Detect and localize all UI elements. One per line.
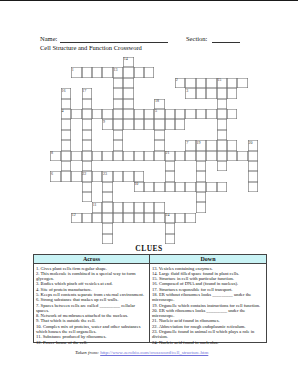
- grid-cell[interactable]: [175, 213, 185, 223]
- grid-cell[interactable]: [61, 140, 71, 150]
- clue-number: 13: [113, 68, 117, 72]
- grid-cell[interactable]: [185, 213, 195, 223]
- grid-cell[interactable]: [82, 119, 92, 129]
- grid-cell[interactable]: [82, 151, 92, 161]
- grid-cell[interactable]: [134, 202, 144, 212]
- clue-number: 20: [249, 141, 253, 145]
- grid-cell[interactable]: [82, 99, 92, 109]
- grid-cell[interactable]: [82, 67, 92, 77]
- grid-cell[interactable]: [113, 109, 123, 119]
- grid-cell[interactable]: 4: [61, 109, 71, 119]
- page-title: Cell Structure and Function Crossword: [40, 44, 142, 51]
- grid-cell[interactable]: [123, 171, 133, 181]
- grid-cell[interactable]: [134, 213, 144, 223]
- across-clues-column: Across 1. Gives plant cells firm regular…: [34, 255, 150, 342]
- clue-number: 11: [93, 203, 97, 207]
- clue-number: 21: [165, 151, 169, 155]
- grid-cell[interactable]: [154, 151, 164, 161]
- grid-cell[interactable]: [102, 223, 112, 233]
- grid-cell[interactable]: 14: [123, 57, 133, 67]
- grid-cell[interactable]: [248, 161, 258, 171]
- clue-number: 19: [197, 141, 201, 145]
- grid-cell[interactable]: [217, 140, 227, 150]
- grid-cell[interactable]: [217, 99, 227, 109]
- taken-from-label: Taken from:: [75, 350, 99, 355]
- grid-cell[interactable]: [196, 151, 206, 161]
- grid-cell[interactable]: [102, 67, 112, 77]
- grid-cell[interactable]: [217, 109, 227, 119]
- grid-cell[interactable]: [165, 234, 175, 244]
- name-blank-line[interactable]: [60, 41, 168, 43]
- grid-cell[interactable]: [227, 109, 237, 119]
- grid-cell[interactable]: [134, 151, 144, 161]
- grid-cell[interactable]: [217, 88, 227, 98]
- grid-cell[interactable]: [217, 161, 227, 171]
- grid-cell[interactable]: 5: [154, 109, 164, 119]
- clue-number: 18: [155, 99, 159, 103]
- grid-cell[interactable]: [134, 109, 144, 119]
- clue-number: 23: [103, 172, 107, 176]
- grid-cell[interactable]: [123, 119, 133, 129]
- grid-cell[interactable]: 9: [102, 119, 112, 129]
- grid-cell[interactable]: [154, 119, 164, 129]
- grid-cell[interactable]: [206, 140, 216, 150]
- clue-item: 20. ER with ribosomes looks _________ un…: [152, 308, 264, 319]
- grid-cell[interactable]: [123, 151, 133, 161]
- grid-cell[interactable]: [123, 109, 133, 119]
- grid-cell[interactable]: [82, 130, 92, 140]
- clue-number: 2: [176, 78, 178, 82]
- grid-cell[interactable]: [92, 151, 102, 161]
- grid-cell[interactable]: [61, 151, 71, 161]
- clue-item: 7. Spaces between cells are called _____…: [36, 303, 147, 314]
- grid-cell[interactable]: [206, 151, 216, 161]
- clue-number: 17: [82, 89, 86, 93]
- grid-cell[interactable]: [227, 140, 237, 150]
- grid-cell[interactable]: [102, 192, 112, 202]
- grid-cell[interactable]: [196, 109, 206, 119]
- grid-cell[interactable]: 16: [61, 88, 71, 98]
- grid-cell[interactable]: [102, 202, 112, 212]
- grid-cell[interactable]: [144, 182, 154, 192]
- grid-cell[interactable]: 6: [50, 171, 60, 181]
- grid-cell[interactable]: [185, 78, 195, 88]
- grid-cell[interactable]: [154, 213, 164, 223]
- down-clues-column: Down 13. Vesicles containing enzymes.14.…: [150, 255, 266, 342]
- grid-cell[interactable]: 21: [165, 151, 175, 161]
- grid-cell[interactable]: [92, 67, 102, 77]
- grid-cell[interactable]: [248, 182, 258, 192]
- grid-cell[interactable]: [165, 171, 175, 181]
- grid-cell[interactable]: [144, 67, 154, 77]
- footer: Taken from: http://www.zerobio.com/cross…: [75, 350, 208, 355]
- grid-cell[interactable]: [102, 182, 112, 192]
- grid-cell[interactable]: [185, 151, 195, 161]
- grid-cell[interactable]: [134, 119, 144, 129]
- grid-cell[interactable]: [237, 78, 247, 88]
- grid-cell[interactable]: [123, 67, 133, 77]
- grid-cell[interactable]: [154, 130, 164, 140]
- grid-cell[interactable]: [82, 182, 92, 192]
- across-header: Across: [34, 255, 149, 264]
- grid-cell[interactable]: [113, 88, 123, 98]
- grid-cell[interactable]: [123, 213, 133, 223]
- grid-cell[interactable]: [113, 171, 123, 181]
- section-blank-line[interactable]: [212, 41, 240, 43]
- grid-cell[interactable]: [175, 109, 185, 119]
- clue-number: 4: [61, 109, 63, 113]
- grid-cell[interactable]: 20: [248, 140, 258, 150]
- grid-cell[interactable]: [154, 140, 164, 150]
- grid-cell[interactable]: [154, 182, 164, 192]
- grid-cell[interactable]: [196, 192, 206, 202]
- grid-cell[interactable]: [196, 182, 206, 192]
- clue-number: 6: [51, 172, 53, 176]
- grid-cell[interactable]: [154, 202, 164, 212]
- grid-cell[interactable]: [248, 171, 258, 181]
- grid-cell[interactable]: [165, 119, 175, 129]
- grid-cell[interactable]: 1: [71, 67, 81, 77]
- crossword-grid: 141132151617318459719208216222310111224: [40, 57, 269, 244]
- grid-cell[interactable]: [248, 151, 258, 161]
- grid-cell[interactable]: [196, 161, 206, 171]
- grid-cell[interactable]: [144, 109, 154, 119]
- grid-cell[interactable]: [206, 88, 216, 98]
- grid-cell[interactable]: 3: [185, 88, 195, 98]
- grid-cell[interactable]: [175, 182, 185, 192]
- grid-cell[interactable]: [123, 88, 133, 98]
- grid-cell[interactable]: 15: [217, 78, 227, 88]
- grid-cell[interactable]: [217, 151, 227, 161]
- grid-cell[interactable]: [144, 213, 154, 223]
- clue-number: 7: [186, 141, 188, 145]
- grid-cell[interactable]: 24: [165, 213, 175, 223]
- grid-cell[interactable]: [92, 171, 102, 181]
- grid-cell[interactable]: [123, 202, 133, 212]
- clue-number: 14: [124, 57, 128, 61]
- clue-number: 9: [103, 120, 105, 124]
- clue-number: 3: [186, 89, 188, 93]
- down-header: Down: [150, 255, 266, 264]
- grid-cell[interactable]: [92, 109, 102, 119]
- grid-cell[interactable]: [61, 130, 71, 140]
- grid-cell[interactable]: [206, 109, 216, 119]
- across-clue-list: 1. Gives plant cells firm regular shape.…: [34, 264, 149, 345]
- name-label: Name:: [40, 35, 57, 42]
- grid-cell[interactable]: [102, 213, 112, 223]
- grid-cell[interactable]: 7: [185, 140, 195, 150]
- clue-item: 2. This molecule is combined in a specia…: [36, 271, 147, 282]
- grid-cell[interactable]: [113, 99, 123, 109]
- grid-cell[interactable]: [71, 109, 81, 119]
- section-label: Section:: [186, 35, 207, 42]
- clue-number: 8: [51, 151, 53, 155]
- grid-cell[interactable]: [102, 109, 112, 119]
- grid-cell[interactable]: [185, 109, 195, 119]
- grid-cell[interactable]: 19: [196, 140, 206, 150]
- grid-cell[interactable]: [175, 151, 185, 161]
- grid-cell[interactable]: 23: [102, 171, 112, 181]
- grid-cell[interactable]: [185, 182, 195, 192]
- grid-cell[interactable]: [206, 182, 216, 192]
- clue-number: 5: [155, 109, 157, 113]
- grid-cell[interactable]: [61, 119, 71, 129]
- grid-cell[interactable]: [82, 161, 92, 171]
- clue-number: 10: [134, 182, 138, 186]
- grid-cell[interactable]: [165, 161, 175, 171]
- grid-cell[interactable]: 8: [50, 151, 60, 161]
- grid-cell[interactable]: [206, 78, 216, 88]
- grid-cell[interactable]: [113, 140, 123, 150]
- grid-cell[interactable]: [165, 223, 175, 233]
- grid-cell[interactable]: [113, 78, 123, 88]
- grid-cell[interactable]: [144, 119, 154, 129]
- clue-item: 12. Power-house of the cell.: [36, 340, 147, 345]
- clue-number: 15: [217, 78, 221, 82]
- down-clue-list: 13. Vesicles containing enzymes.14. Larg…: [150, 264, 266, 345]
- clue-number: 16: [61, 89, 65, 93]
- grid-cell[interactable]: [113, 213, 123, 223]
- grid-cell[interactable]: 22: [82, 171, 92, 181]
- grid-cell[interactable]: 17: [82, 88, 92, 98]
- grid-cell[interactable]: [102, 234, 112, 244]
- grid-cell[interactable]: 11: [92, 202, 102, 212]
- grid-cell[interactable]: [82, 192, 92, 202]
- grid-cell[interactable]: [113, 130, 123, 140]
- grid-cell[interactable]: [227, 78, 237, 88]
- grid-cell[interactable]: [217, 182, 227, 192]
- grid-cell[interactable]: [165, 109, 175, 119]
- grid-cell[interactable]: [102, 151, 112, 161]
- clue-item: 24. Nucleic acid found in nucleolus.: [152, 340, 264, 345]
- grid-cell[interactable]: [71, 171, 81, 181]
- grid-cell[interactable]: [61, 161, 71, 171]
- grid-cell[interactable]: [196, 78, 206, 88]
- clue-item: 23. Organelle found in animal cell which…: [152, 329, 264, 340]
- grid-cell[interactable]: [82, 109, 92, 119]
- grid-cell[interactable]: [113, 202, 123, 212]
- grid-cell[interactable]: [196, 202, 206, 212]
- page-top-rule: [0, 0, 298, 1]
- grid-cell[interactable]: [144, 202, 154, 212]
- grid-cell[interactable]: 13: [113, 67, 123, 77]
- grid-cell[interactable]: [217, 119, 227, 129]
- clue-number: 22: [82, 172, 86, 176]
- grid-cell[interactable]: [82, 140, 92, 150]
- clue-item: 18. ER without ribosomes looks _________…: [152, 292, 264, 303]
- grid-cell[interactable]: [217, 130, 227, 140]
- grid-cell[interactable]: [61, 171, 71, 181]
- grid-cell[interactable]: [113, 151, 123, 161]
- clue-number: 24: [165, 213, 169, 217]
- grid-cell[interactable]: [82, 213, 92, 223]
- grid-cell[interactable]: [144, 151, 154, 161]
- clues-title: CLUES: [0, 244, 298, 253]
- worksheet-page: { "game": "crossword", "header": { "name…: [0, 0, 298, 386]
- source-link[interactable]: http://www.zerobio.com/crossword/cell_st…: [100, 350, 208, 355]
- grid-cell[interactable]: [175, 119, 185, 129]
- grid-cell[interactable]: [113, 119, 123, 129]
- grid-cell[interactable]: 10: [134, 182, 144, 192]
- grid-cell[interactable]: 2: [175, 78, 185, 88]
- grid-cell[interactable]: [134, 67, 144, 77]
- grid-cell[interactable]: 12: [71, 213, 81, 223]
- grid-cell[interactable]: [123, 99, 133, 109]
- grid-cell[interactable]: [92, 213, 102, 223]
- clue-item: 10. Complex mix of proteins, water and o…: [36, 324, 147, 335]
- clue-number: 1: [72, 68, 74, 72]
- clues-table: Across 1. Gives plant cells firm regular…: [33, 254, 267, 343]
- grid-cell[interactable]: [165, 182, 175, 192]
- grid-cell[interactable]: [71, 151, 81, 161]
- grid-cell[interactable]: [196, 88, 206, 98]
- clue-number: 12: [72, 213, 76, 217]
- grid-cell[interactable]: [196, 171, 206, 181]
- grid-cell[interactable]: [237, 151, 247, 161]
- grid-cell[interactable]: [227, 88, 237, 98]
- grid-cell[interactable]: [227, 151, 237, 161]
- grid-cell[interactable]: [123, 78, 133, 88]
